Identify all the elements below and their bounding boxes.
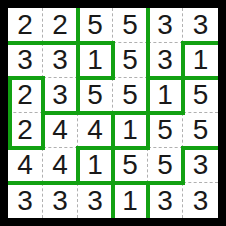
cell-r1-c1[interactable]: 3 <box>43 43 78 78</box>
cell-r4-c5[interactable]: 3 <box>183 148 218 183</box>
cell-r0-c5[interactable]: 3 <box>183 8 218 43</box>
cell-r3-c2[interactable]: 4 <box>78 113 113 148</box>
cell-r5-c4[interactable]: 3 <box>148 183 183 218</box>
cell-r3-c4[interactable]: 5 <box>148 113 183 148</box>
cell-r5-c5[interactable]: 3 <box>183 183 218 218</box>
cell-r3-c5[interactable]: 5 <box>183 113 218 148</box>
cell-r1-c2[interactable]: 1 <box>78 43 113 78</box>
cell-r1-c5[interactable]: 1 <box>183 43 218 78</box>
cell-r5-c0[interactable]: 3 <box>8 183 43 218</box>
cell-r2-c3[interactable]: 5 <box>113 78 148 113</box>
cell-r0-c3[interactable]: 5 <box>113 8 148 43</box>
cell-r2-c2[interactable]: 5 <box>78 78 113 113</box>
fillomino-board: 225533331531235515244155441553333133 <box>8 8 218 218</box>
cell-r4-c4[interactable]: 5 <box>148 148 183 183</box>
cell-r4-c0[interactable]: 4 <box>8 148 43 183</box>
cell-r0-c0[interactable]: 2 <box>8 8 43 43</box>
cell-r0-c4[interactable]: 3 <box>148 8 183 43</box>
cell-r1-c3[interactable]: 5 <box>113 43 148 78</box>
cell-r5-c3[interactable]: 1 <box>113 183 148 218</box>
cell-r0-c1[interactable]: 2 <box>43 8 78 43</box>
cell-r3-c0[interactable]: 2 <box>8 113 43 148</box>
cell-r5-c2[interactable]: 3 <box>78 183 113 218</box>
cell-r3-c1[interactable]: 4 <box>43 113 78 148</box>
fillomino-screenshot: { "game": "fillomino", "puzzle_state": "… <box>0 0 226 226</box>
cell-r3-c3[interactable]: 1 <box>113 113 148 148</box>
cell-r1-c0[interactable]: 3 <box>8 43 43 78</box>
cell-r2-c0[interactable]: 2 <box>8 78 43 113</box>
cell-r4-c1[interactable]: 4 <box>43 148 78 183</box>
cell-r5-c1[interactable]: 3 <box>43 183 78 218</box>
cell-r4-c3[interactable]: 5 <box>113 148 148 183</box>
puzzle-grid: 225533331531235515244155441553333133 <box>8 8 218 218</box>
cell-r0-c2[interactable]: 5 <box>78 8 113 43</box>
cell-r2-c4[interactable]: 1 <box>148 78 183 113</box>
cell-r2-c5[interactable]: 5 <box>183 78 218 113</box>
cell-r4-c2[interactable]: 1 <box>78 148 113 183</box>
cell-r1-c4[interactable]: 3 <box>148 43 183 78</box>
cell-r2-c1[interactable]: 3 <box>43 78 78 113</box>
